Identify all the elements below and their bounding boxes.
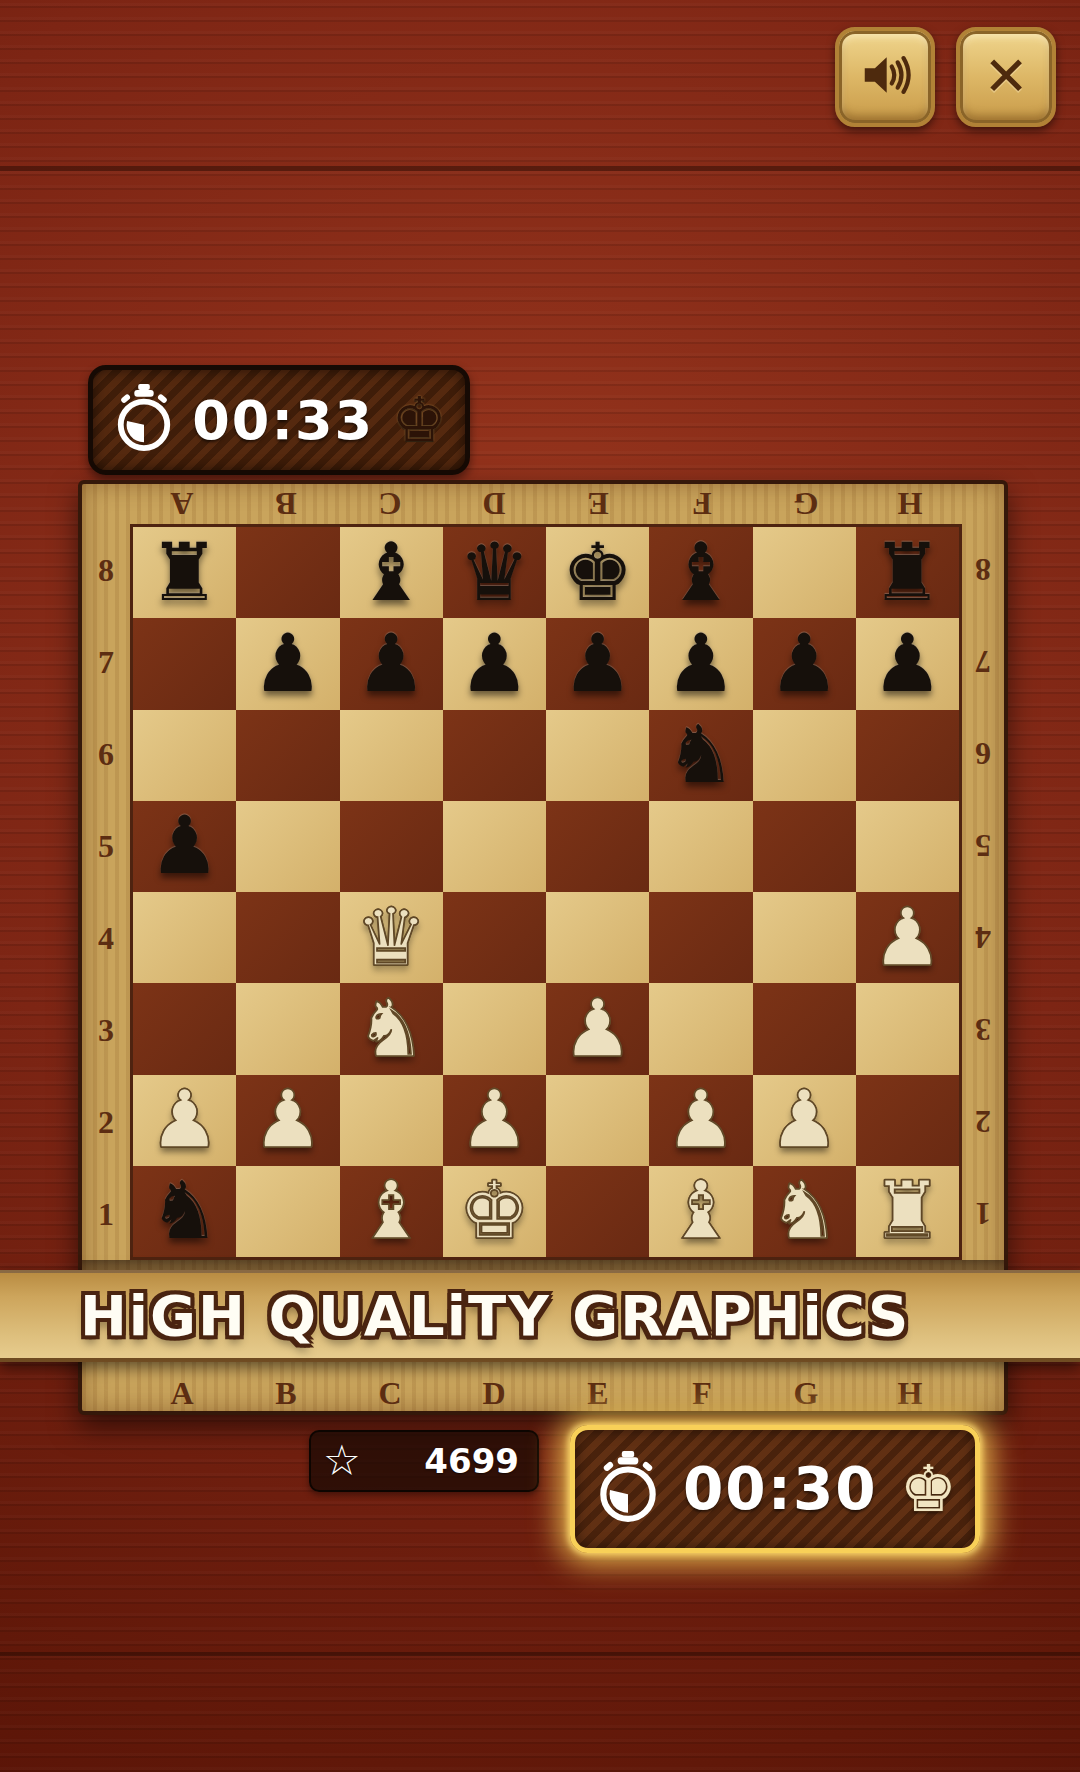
piece-black-knight[interactable]: ♞: [665, 715, 737, 795]
rank-label-4-right: 4: [962, 892, 1004, 984]
square-d6[interactable]: [443, 710, 546, 801]
piece-black-bishop[interactable]: ♝: [665, 533, 737, 613]
white-king-icon: ♚: [900, 1457, 957, 1521]
piece-white-rook[interactable]: ♜: [872, 1171, 944, 1251]
square-f6[interactable]: ♞: [649, 710, 752, 801]
square-d8[interactable]: ♛: [443, 527, 546, 618]
file-label-e-top: E: [546, 484, 650, 524]
piece-white-knight[interactable]: ♞: [355, 989, 427, 1069]
square-h6[interactable]: [856, 710, 959, 801]
piece-black-pawn[interactable]: ♟: [252, 624, 324, 704]
rank-label-7-right: 7: [962, 616, 1004, 708]
square-g8[interactable]: [753, 527, 856, 618]
square-e2[interactable]: [546, 1075, 649, 1166]
file-label-h-top: H: [858, 484, 962, 524]
square-b7[interactable]: ♟: [236, 618, 339, 709]
piece-white-pawn[interactable]: ♟: [149, 1080, 221, 1160]
rank-label-4-left: 4: [82, 892, 130, 984]
black-timer-panel: 00:33 ♚: [88, 365, 470, 475]
left-rank-labels: 87654321: [82, 524, 130, 1260]
piece-white-king[interactable]: ♚: [459, 1171, 531, 1251]
square-f4[interactable]: [649, 892, 752, 983]
top-file-labels: ABCDEFGH: [130, 484, 962, 524]
square-h7[interactable]: ♟: [856, 618, 959, 709]
piece-white-pawn[interactable]: ♟: [562, 989, 634, 1069]
piece-white-pawn[interactable]: ♟: [665, 1080, 737, 1160]
file-label-a-bottom: A: [130, 1370, 234, 1416]
score-panel: ☆ 4699: [309, 1430, 539, 1492]
square-f5[interactable]: [649, 801, 752, 892]
square-d2[interactable]: ♟: [443, 1075, 546, 1166]
square-b8[interactable]: [236, 527, 339, 618]
square-b3[interactable]: [236, 983, 339, 1074]
rank-label-5-right: 5: [962, 800, 1004, 892]
square-e3[interactable]: ♟: [546, 983, 649, 1074]
square-c7[interactable]: ♟: [340, 618, 443, 709]
square-b1[interactable]: [236, 1166, 339, 1257]
square-c6[interactable]: [340, 710, 443, 801]
file-label-f-bottom: F: [650, 1370, 754, 1416]
square-d1[interactable]: ♚: [443, 1166, 546, 1257]
square-f7[interactable]: ♟: [649, 618, 752, 709]
piece-black-pawn[interactable]: ♟: [355, 624, 427, 704]
piece-black-pawn[interactable]: ♟: [459, 624, 531, 704]
white-timer-panel: 00:30 ♚: [570, 1425, 980, 1553]
square-d3[interactable]: [443, 983, 546, 1074]
square-a4[interactable]: [133, 892, 236, 983]
square-e6[interactable]: [546, 710, 649, 801]
square-a2[interactable]: ♟: [133, 1075, 236, 1166]
square-d4[interactable]: [443, 892, 546, 983]
square-b6[interactable]: [236, 710, 339, 801]
file-label-b-top: B: [234, 484, 338, 524]
piece-black-queen[interactable]: ♛: [459, 533, 531, 613]
piece-black-pawn[interactable]: ♟: [665, 624, 737, 704]
square-e5[interactable]: [546, 801, 649, 892]
black-king-icon: ♚: [391, 389, 447, 451]
square-f2[interactable]: ♟: [649, 1075, 752, 1166]
game-screen: ✕ 00:33 ♚ ABCDEFGH 87654321 87654321 ♜♝♛…: [0, 0, 1080, 1772]
piece-black-pawn[interactable]: ♟: [562, 624, 634, 704]
square-g6[interactable]: [753, 710, 856, 801]
close-button[interactable]: ✕: [956, 27, 1056, 127]
piece-white-pawn[interactable]: ♟: [459, 1080, 531, 1160]
rank-label-3-right: 3: [962, 984, 1004, 1076]
file-label-g-bottom: G: [754, 1370, 858, 1416]
file-label-d-top: D: [442, 484, 546, 524]
speaker-icon: [858, 48, 912, 106]
square-e7[interactable]: ♟: [546, 618, 649, 709]
file-label-h-bottom: H: [858, 1370, 962, 1416]
square-c5[interactable]: [340, 801, 443, 892]
square-c8[interactable]: ♝: [340, 527, 443, 618]
file-label-g-top: G: [754, 484, 858, 524]
rank-label-3-left: 3: [82, 984, 130, 1076]
score-value: 4699: [424, 1441, 519, 1481]
piece-white-queen[interactable]: ♛: [355, 898, 427, 978]
piece-black-pawn[interactable]: ♟: [768, 624, 840, 704]
square-h3[interactable]: [856, 983, 959, 1074]
rank-label-7-left: 7: [82, 616, 130, 708]
square-g3[interactable]: [753, 983, 856, 1074]
piece-black-bishop[interactable]: ♝: [355, 533, 427, 613]
stopwatch-icon: [113, 383, 175, 457]
rank-label-6-left: 6: [82, 708, 130, 800]
square-h2[interactable]: [856, 1075, 959, 1166]
square-g7[interactable]: ♟: [753, 618, 856, 709]
square-a1[interactable]: ♞: [133, 1166, 236, 1257]
rank-label-1-left: 1: [82, 1168, 130, 1260]
square-c1[interactable]: ♝: [340, 1166, 443, 1257]
file-label-b-bottom: B: [234, 1370, 338, 1416]
square-f3[interactable]: [649, 983, 752, 1074]
file-label-c-top: C: [338, 484, 442, 524]
piece-black-knight[interactable]: ♞: [149, 1171, 221, 1251]
square-a3[interactable]: [133, 983, 236, 1074]
square-a5[interactable]: ♟: [133, 801, 236, 892]
square-f1[interactable]: ♝: [649, 1166, 752, 1257]
sound-button[interactable]: [835, 27, 935, 127]
square-e4[interactable]: [546, 892, 649, 983]
file-label-c-bottom: C: [338, 1370, 442, 1416]
file-label-f-top: F: [650, 484, 754, 524]
square-d7[interactable]: ♟: [443, 618, 546, 709]
stopwatch-icon: [595, 1450, 661, 1528]
file-label-a-top: A: [130, 484, 234, 524]
promo-banner: HiGH QUALiTY GRAPHiCS: [0, 1270, 1080, 1362]
file-label-d-bottom: D: [442, 1370, 546, 1416]
white-timer-value: 00:30: [661, 1455, 900, 1523]
rank-label-2-right: 2: [962, 1076, 1004, 1168]
rank-label-1-right: 1: [962, 1168, 1004, 1260]
piece-white-pawn[interactable]: ♟: [872, 898, 944, 978]
square-a8[interactable]: ♜: [133, 527, 236, 618]
square-f8[interactable]: ♝: [649, 527, 752, 618]
square-a7[interactable]: [133, 618, 236, 709]
rank-label-8-left: 8: [82, 524, 130, 616]
star-outline-icon: ☆: [323, 1440, 361, 1482]
square-b5[interactable]: [236, 801, 339, 892]
rank-label-8-right: 8: [962, 524, 1004, 616]
piece-black-rook[interactable]: ♜: [149, 533, 221, 613]
close-icon: ✕: [983, 50, 1028, 104]
square-h8[interactable]: ♜: [856, 527, 959, 618]
wood-seam: [0, 166, 1080, 171]
piece-black-rook[interactable]: ♜: [872, 533, 944, 613]
square-g4[interactable]: [753, 892, 856, 983]
square-c4[interactable]: ♛: [340, 892, 443, 983]
square-g2[interactable]: ♟: [753, 1075, 856, 1166]
black-timer-value: 00:33: [175, 389, 391, 452]
piece-black-pawn[interactable]: ♟: [872, 624, 944, 704]
rank-label-5-left: 5: [82, 800, 130, 892]
bottom-file-labels: ABCDEFGH: [130, 1370, 962, 1416]
piece-black-pawn[interactable]: ♟: [149, 806, 221, 886]
file-label-e-bottom: E: [546, 1370, 650, 1416]
square-h1[interactable]: ♜: [856, 1166, 959, 1257]
square-h5[interactable]: [856, 801, 959, 892]
rank-label-6-right: 6: [962, 708, 1004, 800]
board-grid: ♜♝♛♚♝♜♟♟♟♟♟♟♟♞♟♛♟♞♟♟♟♟♟♟♞♝♚♝♞♜: [130, 524, 962, 1260]
square-c2[interactable]: [340, 1075, 443, 1166]
right-rank-labels: 87654321: [962, 524, 1004, 1260]
square-e1[interactable]: [546, 1166, 649, 1257]
piece-black-king[interactable]: ♚: [562, 533, 634, 613]
square-c3[interactable]: ♞: [340, 983, 443, 1074]
piece-white-pawn[interactable]: ♟: [252, 1080, 324, 1160]
promo-banner-text: HiGH QUALiTY GRAPHiCS: [80, 1283, 910, 1348]
piece-white-bishop[interactable]: ♝: [665, 1171, 737, 1251]
square-g1[interactable]: ♞: [753, 1166, 856, 1257]
piece-white-knight[interactable]: ♞: [768, 1171, 840, 1251]
piece-white-pawn[interactable]: ♟: [768, 1080, 840, 1160]
square-h4[interactable]: ♟: [856, 892, 959, 983]
square-g5[interactable]: [753, 801, 856, 892]
wood-seam: [0, 1652, 1080, 1656]
square-b2[interactable]: ♟: [236, 1075, 339, 1166]
square-b4[interactable]: [236, 892, 339, 983]
piece-white-bishop[interactable]: ♝: [355, 1171, 427, 1251]
square-d5[interactable]: [443, 801, 546, 892]
rank-label-2-left: 2: [82, 1076, 130, 1168]
square-a6[interactable]: [133, 710, 236, 801]
square-e8[interactable]: ♚: [546, 527, 649, 618]
